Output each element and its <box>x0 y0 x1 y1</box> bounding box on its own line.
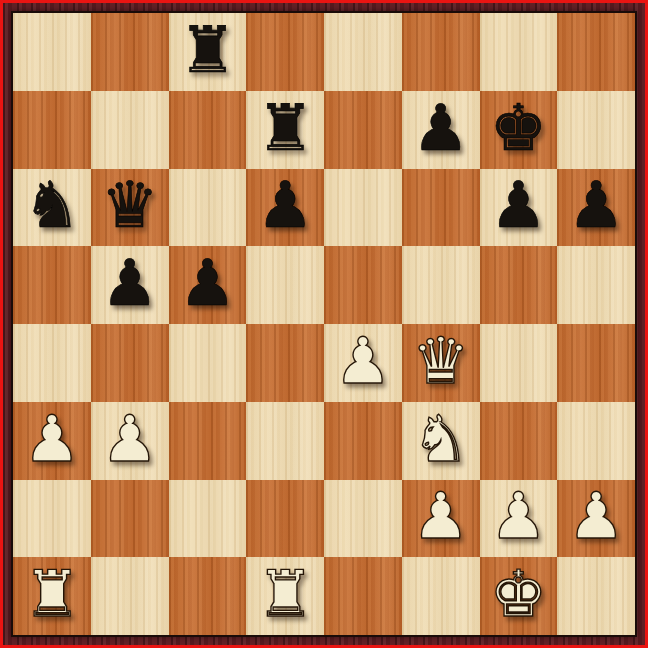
square-a8[interactable] <box>13 13 91 91</box>
square-c2[interactable] <box>169 480 247 558</box>
white-pawn[interactable]: ♟ <box>23 407 80 471</box>
square-c5[interactable]: ♟ <box>169 246 247 324</box>
square-b1[interactable] <box>91 557 169 635</box>
square-f8[interactable] <box>402 13 480 91</box>
white-pawn[interactable]: ♟ <box>334 329 391 393</box>
square-d6[interactable]: ♟ <box>246 169 324 247</box>
white-rook[interactable]: ♜ <box>256 562 313 626</box>
square-c4[interactable] <box>169 324 247 402</box>
black-pawn[interactable]: ♟ <box>490 173 547 237</box>
square-h8[interactable] <box>557 13 635 91</box>
square-g6[interactable]: ♟ <box>480 169 558 247</box>
white-king[interactable]: ♚ <box>490 562 547 626</box>
black-queen[interactable]: ♛ <box>101 173 158 237</box>
square-b6[interactable]: ♛ <box>91 169 169 247</box>
white-pawn[interactable]: ♟ <box>490 484 547 548</box>
square-f2[interactable]: ♟ <box>402 480 480 558</box>
black-pawn[interactable]: ♟ <box>412 96 469 160</box>
square-e7[interactable] <box>324 91 402 169</box>
square-h5[interactable] <box>557 246 635 324</box>
square-e1[interactable] <box>324 557 402 635</box>
chess-board-diagram: ♜♜♟♚♞♛♟♟♟♟♟♟♛♟♟♞♟♟♟♜♜♚ <box>0 0 648 648</box>
square-g7[interactable]: ♚ <box>480 91 558 169</box>
square-f3[interactable]: ♞ <box>402 402 480 480</box>
square-g2[interactable]: ♟ <box>480 480 558 558</box>
square-h7[interactable] <box>557 91 635 169</box>
black-rook[interactable]: ♜ <box>179 18 236 82</box>
square-h1[interactable] <box>557 557 635 635</box>
square-b4[interactable] <box>91 324 169 402</box>
square-b3[interactable]: ♟ <box>91 402 169 480</box>
square-h6[interactable]: ♟ <box>557 169 635 247</box>
black-king[interactable]: ♚ <box>490 96 547 160</box>
square-h4[interactable] <box>557 324 635 402</box>
square-e5[interactable] <box>324 246 402 324</box>
square-c8[interactable]: ♜ <box>169 13 247 91</box>
square-f5[interactable] <box>402 246 480 324</box>
square-e8[interactable] <box>324 13 402 91</box>
black-knight[interactable]: ♞ <box>23 173 80 237</box>
square-b7[interactable] <box>91 91 169 169</box>
black-pawn[interactable]: ♟ <box>179 251 236 315</box>
square-f6[interactable] <box>402 169 480 247</box>
square-g8[interactable] <box>480 13 558 91</box>
square-a3[interactable]: ♟ <box>13 402 91 480</box>
square-c7[interactable] <box>169 91 247 169</box>
square-a5[interactable] <box>13 246 91 324</box>
square-f1[interactable] <box>402 557 480 635</box>
square-d8[interactable] <box>246 13 324 91</box>
white-knight[interactable]: ♞ <box>412 407 469 471</box>
square-g4[interactable] <box>480 324 558 402</box>
black-rook[interactable]: ♜ <box>256 96 313 160</box>
square-b2[interactable] <box>91 480 169 558</box>
square-a4[interactable] <box>13 324 91 402</box>
square-a7[interactable] <box>13 91 91 169</box>
white-pawn[interactable]: ♟ <box>567 484 624 548</box>
square-d4[interactable] <box>246 324 324 402</box>
white-queen[interactable]: ♛ <box>412 329 469 393</box>
square-e6[interactable] <box>324 169 402 247</box>
square-e4[interactable]: ♟ <box>324 324 402 402</box>
square-b5[interactable]: ♟ <box>91 246 169 324</box>
square-d3[interactable] <box>246 402 324 480</box>
black-pawn[interactable]: ♟ <box>567 173 624 237</box>
square-g1[interactable]: ♚ <box>480 557 558 635</box>
square-f7[interactable]: ♟ <box>402 91 480 169</box>
white-pawn[interactable]: ♟ <box>101 407 158 471</box>
square-a6[interactable]: ♞ <box>13 169 91 247</box>
square-f4[interactable]: ♛ <box>402 324 480 402</box>
white-pawn[interactable]: ♟ <box>412 484 469 548</box>
white-rook[interactable]: ♜ <box>23 562 80 626</box>
square-a2[interactable] <box>13 480 91 558</box>
square-c6[interactable] <box>169 169 247 247</box>
black-pawn[interactable]: ♟ <box>101 251 158 315</box>
chess-board: ♜♜♟♚♞♛♟♟♟♟♟♟♛♟♟♞♟♟♟♜♜♚ <box>11 11 637 637</box>
square-c3[interactable] <box>169 402 247 480</box>
square-g5[interactable] <box>480 246 558 324</box>
square-h3[interactable] <box>557 402 635 480</box>
square-e2[interactable] <box>324 480 402 558</box>
square-d2[interactable] <box>246 480 324 558</box>
black-pawn[interactable]: ♟ <box>256 173 313 237</box>
square-h2[interactable]: ♟ <box>557 480 635 558</box>
square-c1[interactable] <box>169 557 247 635</box>
square-g3[interactable] <box>480 402 558 480</box>
square-e3[interactable] <box>324 402 402 480</box>
square-d1[interactable]: ♜ <box>246 557 324 635</box>
square-d5[interactable] <box>246 246 324 324</box>
square-d7[interactable]: ♜ <box>246 91 324 169</box>
square-b8[interactable] <box>91 13 169 91</box>
square-a1[interactable]: ♜ <box>13 557 91 635</box>
